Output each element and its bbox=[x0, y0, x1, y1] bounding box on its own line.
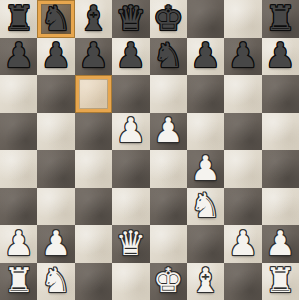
piece-white-pawn[interactable]: ♟ bbox=[41, 226, 71, 260]
square-c8[interactable]: ♝ bbox=[75, 0, 112, 38]
square-h7[interactable]: ♟ bbox=[262, 38, 299, 76]
piece-black-pawn[interactable]: ♟ bbox=[78, 38, 108, 72]
piece-white-rook[interactable]: ♜ bbox=[3, 263, 33, 297]
piece-white-pawn[interactable]: ♟ bbox=[116, 113, 146, 147]
piece-white-rook[interactable]: ♜ bbox=[265, 263, 295, 297]
square-a7[interactable]: ♟ bbox=[0, 38, 37, 76]
square-h4[interactable] bbox=[262, 150, 299, 188]
square-a3[interactable] bbox=[0, 188, 37, 226]
chess-board: ♜♞♝♛♚♜♟♟♟♟♞♟♟♟♟♟♟♞♟♟♛♟♟♜♞♚♝♜ bbox=[0, 0, 299, 300]
square-d7[interactable]: ♟ bbox=[112, 38, 149, 76]
piece-white-knight[interactable]: ♞ bbox=[190, 188, 220, 222]
square-e1[interactable]: ♚ bbox=[150, 263, 187, 300]
piece-black-pawn[interactable]: ♟ bbox=[3, 38, 33, 72]
square-g5[interactable] bbox=[224, 113, 261, 151]
square-f6[interactable] bbox=[187, 75, 224, 113]
square-f2[interactable] bbox=[187, 225, 224, 263]
piece-white-pawn[interactable]: ♟ bbox=[153, 113, 183, 147]
square-d3[interactable] bbox=[112, 188, 149, 226]
square-c6[interactable] bbox=[75, 75, 112, 113]
square-a4[interactable] bbox=[0, 150, 37, 188]
square-h1[interactable]: ♜ bbox=[262, 263, 299, 300]
square-d4[interactable] bbox=[112, 150, 149, 188]
square-g6[interactable] bbox=[224, 75, 261, 113]
square-g1[interactable] bbox=[224, 263, 261, 300]
square-f3[interactable]: ♞ bbox=[187, 188, 224, 226]
square-e5[interactable]: ♟ bbox=[150, 113, 187, 151]
square-a8[interactable]: ♜ bbox=[0, 0, 37, 38]
piece-black-pawn[interactable]: ♟ bbox=[116, 38, 146, 72]
square-g8[interactable] bbox=[224, 0, 261, 38]
piece-black-pawn[interactable]: ♟ bbox=[41, 38, 71, 72]
square-h8[interactable]: ♜ bbox=[262, 0, 299, 38]
square-g3[interactable] bbox=[224, 188, 261, 226]
piece-black-pawn[interactable]: ♟ bbox=[228, 38, 258, 72]
piece-black-bishop[interactable]: ♝ bbox=[78, 1, 108, 35]
piece-white-pawn[interactable]: ♟ bbox=[3, 226, 33, 260]
piece-black-pawn[interactable]: ♟ bbox=[265, 38, 295, 72]
square-d1[interactable] bbox=[112, 263, 149, 300]
piece-black-pawn[interactable]: ♟ bbox=[190, 38, 220, 72]
square-a5[interactable] bbox=[0, 113, 37, 151]
piece-black-rook[interactable]: ♜ bbox=[3, 1, 33, 35]
square-c4[interactable] bbox=[75, 150, 112, 188]
square-c7[interactable]: ♟ bbox=[75, 38, 112, 76]
square-e3[interactable] bbox=[150, 188, 187, 226]
square-h3[interactable] bbox=[262, 188, 299, 226]
square-b4[interactable] bbox=[37, 150, 74, 188]
square-b2[interactable]: ♟ bbox=[37, 225, 74, 263]
piece-black-knight[interactable]: ♞ bbox=[41, 1, 71, 35]
square-e7[interactable]: ♞ bbox=[150, 38, 187, 76]
piece-white-pawn[interactable]: ♟ bbox=[190, 151, 220, 185]
square-a6[interactable] bbox=[0, 75, 37, 113]
square-e2[interactable] bbox=[150, 225, 187, 263]
square-b3[interactable] bbox=[37, 188, 74, 226]
square-c1[interactable] bbox=[75, 263, 112, 300]
square-c2[interactable] bbox=[75, 225, 112, 263]
piece-black-rook[interactable]: ♜ bbox=[265, 1, 295, 35]
piece-white-pawn[interactable]: ♟ bbox=[265, 226, 295, 260]
square-b7[interactable]: ♟ bbox=[37, 38, 74, 76]
square-f5[interactable] bbox=[187, 113, 224, 151]
square-f8[interactable] bbox=[187, 0, 224, 38]
square-b6[interactable] bbox=[37, 75, 74, 113]
piece-white-king[interactable]: ♚ bbox=[153, 263, 183, 297]
piece-white-pawn[interactable]: ♟ bbox=[228, 226, 258, 260]
square-b5[interactable] bbox=[37, 113, 74, 151]
square-e6[interactable] bbox=[150, 75, 187, 113]
square-a1[interactable]: ♜ bbox=[0, 263, 37, 300]
piece-black-knight[interactable]: ♞ bbox=[153, 38, 183, 72]
square-f7[interactable]: ♟ bbox=[187, 38, 224, 76]
square-h5[interactable] bbox=[262, 113, 299, 151]
square-h6[interactable] bbox=[262, 75, 299, 113]
square-g2[interactable]: ♟ bbox=[224, 225, 261, 263]
piece-white-bishop[interactable]: ♝ bbox=[190, 263, 220, 297]
square-d8[interactable]: ♛ bbox=[112, 0, 149, 38]
square-b8[interactable]: ♞ bbox=[37, 0, 74, 38]
piece-black-queen[interactable]: ♛ bbox=[116, 1, 146, 35]
square-h2[interactable]: ♟ bbox=[262, 225, 299, 263]
square-d2[interactable]: ♛ bbox=[112, 225, 149, 263]
square-f1[interactable]: ♝ bbox=[187, 263, 224, 300]
piece-white-queen[interactable]: ♛ bbox=[116, 226, 146, 260]
square-d5[interactable]: ♟ bbox=[112, 113, 149, 151]
square-d6[interactable] bbox=[112, 75, 149, 113]
square-c3[interactable] bbox=[75, 188, 112, 226]
piece-white-knight[interactable]: ♞ bbox=[41, 263, 71, 297]
square-g7[interactable]: ♟ bbox=[224, 38, 261, 76]
square-e8[interactable]: ♚ bbox=[150, 0, 187, 38]
square-a2[interactable]: ♟ bbox=[0, 225, 37, 263]
square-g4[interactable] bbox=[224, 150, 261, 188]
square-f4[interactable]: ♟ bbox=[187, 150, 224, 188]
square-b1[interactable]: ♞ bbox=[37, 263, 74, 300]
square-e4[interactable] bbox=[150, 150, 187, 188]
chess-board-container: ♜♞♝♛♚♜♟♟♟♟♞♟♟♟♟♟♟♞♟♟♛♟♟♜♞♚♝♜ bbox=[0, 0, 299, 300]
piece-black-king[interactable]: ♚ bbox=[153, 1, 183, 35]
square-c5[interactable] bbox=[75, 113, 112, 151]
